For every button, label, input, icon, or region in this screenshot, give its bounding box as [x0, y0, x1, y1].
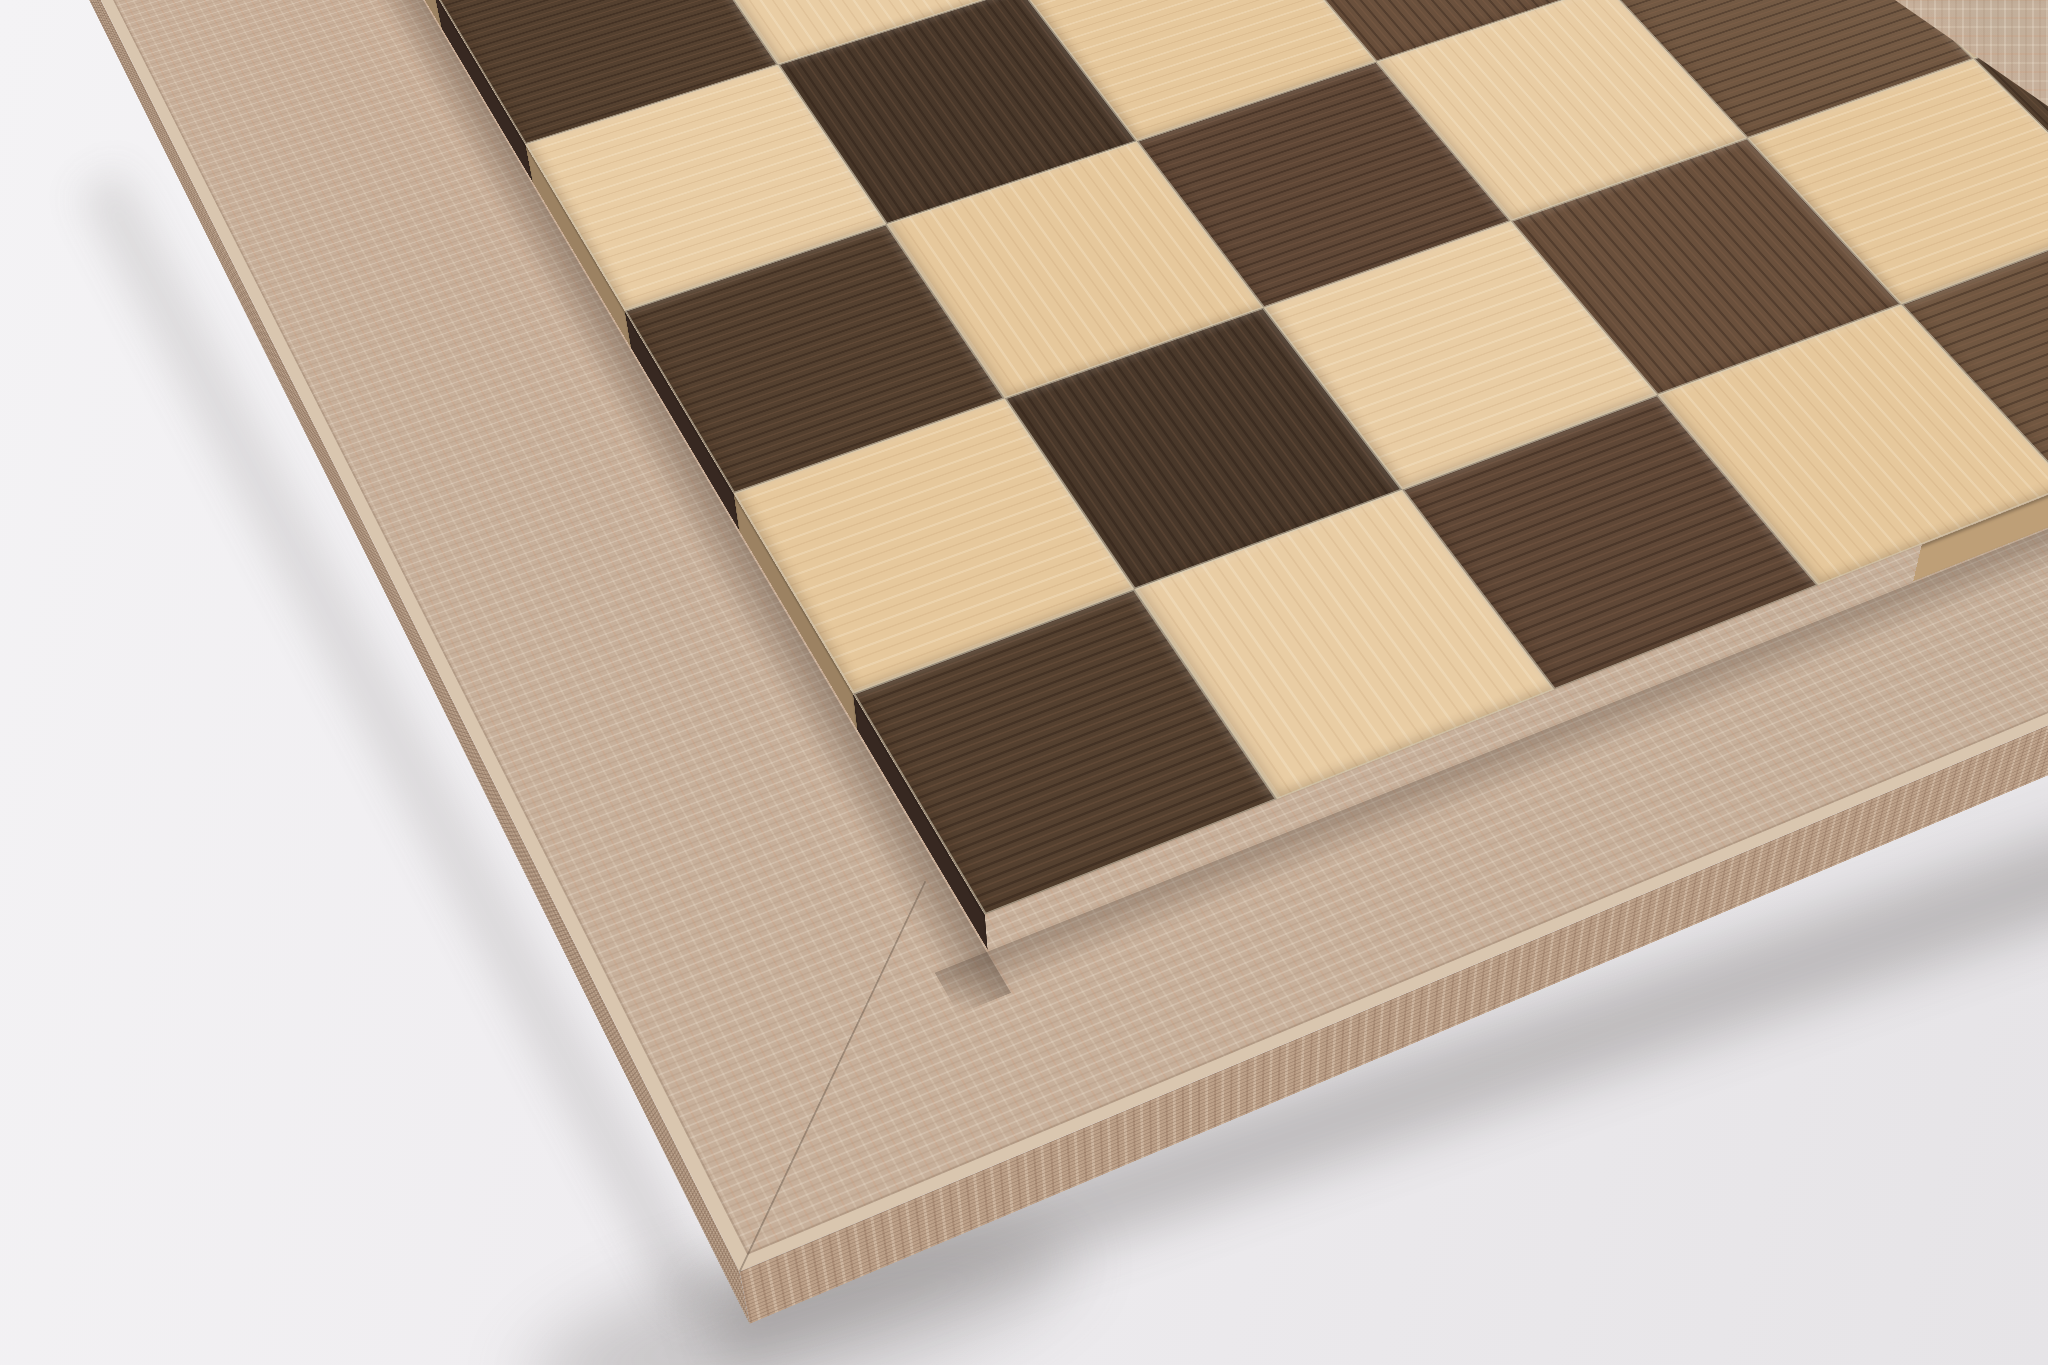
scene-3d [0, 0, 2048, 1365]
photo-canvas [0, 0, 2048, 1365]
